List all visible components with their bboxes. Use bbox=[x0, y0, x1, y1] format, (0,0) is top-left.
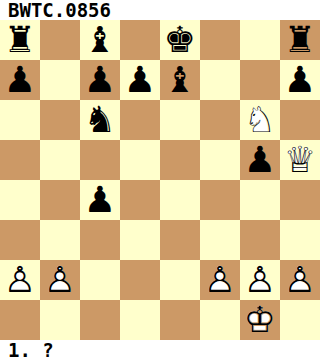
square-c6[interactable]: ♞ bbox=[80, 100, 120, 140]
square-f8[interactable] bbox=[200, 20, 240, 60]
diagram-title: BWTC.0856 bbox=[0, 0, 320, 20]
piece-glyph: ♜ bbox=[280, 22, 320, 58]
piece-glyph: ♝ bbox=[160, 62, 200, 98]
piece-glyph: ♞ bbox=[80, 102, 120, 138]
square-h5[interactable]: ♛♕ bbox=[280, 140, 320, 180]
square-h8[interactable]: ♜ bbox=[280, 20, 320, 60]
square-g4[interactable] bbox=[240, 180, 280, 220]
move-prompt: 1. ? bbox=[0, 340, 320, 360]
piece-outline: ♕ bbox=[280, 142, 320, 178]
square-d8[interactable] bbox=[120, 20, 160, 60]
square-c2[interactable] bbox=[80, 260, 120, 300]
piece-outline: ♙ bbox=[0, 262, 40, 298]
square-a7[interactable]: ♟ bbox=[0, 60, 40, 100]
square-f1[interactable] bbox=[200, 300, 240, 340]
square-b3[interactable] bbox=[40, 220, 80, 260]
square-b2[interactable]: ♟♙ bbox=[40, 260, 80, 300]
square-e2[interactable] bbox=[160, 260, 200, 300]
square-d7[interactable]: ♟ bbox=[120, 60, 160, 100]
square-b1[interactable] bbox=[40, 300, 80, 340]
square-h1[interactable] bbox=[280, 300, 320, 340]
square-h6[interactable] bbox=[280, 100, 320, 140]
chess-diagram-page: BWTC.0856 ♜♝♚♜♟♟♟♝♟♞♞♘♟♛♕♟♟♙♟♙♟♙♟♙♟♙♚♔ 1… bbox=[0, 0, 320, 360]
piece-glyph: ♟ bbox=[0, 62, 40, 98]
square-c8[interactable]: ♝ bbox=[80, 20, 120, 60]
piece-black-pawn[interactable]: ♟ bbox=[80, 180, 120, 220]
square-f7[interactable] bbox=[200, 60, 240, 100]
square-g5[interactable]: ♟ bbox=[240, 140, 280, 180]
square-c1[interactable] bbox=[80, 300, 120, 340]
piece-white-pawn[interactable]: ♟♙ bbox=[280, 260, 320, 300]
square-d4[interactable] bbox=[120, 180, 160, 220]
square-b6[interactable] bbox=[40, 100, 80, 140]
piece-black-bishop[interactable]: ♝ bbox=[80, 20, 120, 60]
piece-glyph: ♟ bbox=[240, 142, 280, 178]
piece-black-pawn[interactable]: ♟ bbox=[240, 140, 280, 180]
square-a4[interactable] bbox=[0, 180, 40, 220]
square-d2[interactable] bbox=[120, 260, 160, 300]
square-e4[interactable] bbox=[160, 180, 200, 220]
square-a1[interactable] bbox=[0, 300, 40, 340]
piece-glyph: ♚ bbox=[160, 22, 200, 58]
piece-black-pawn[interactable]: ♟ bbox=[280, 60, 320, 100]
square-a5[interactable] bbox=[0, 140, 40, 180]
square-e7[interactable]: ♝ bbox=[160, 60, 200, 100]
chess-board: ♜♝♚♜♟♟♟♝♟♞♞♘♟♛♕♟♟♙♟♙♟♙♟♙♟♙♚♔ bbox=[0, 20, 320, 340]
square-g2[interactable]: ♟♙ bbox=[240, 260, 280, 300]
square-f5[interactable] bbox=[200, 140, 240, 180]
piece-glyph: ♟ bbox=[80, 182, 120, 218]
piece-outline: ♙ bbox=[240, 262, 280, 298]
square-b5[interactable] bbox=[40, 140, 80, 180]
piece-white-pawn[interactable]: ♟♙ bbox=[0, 260, 40, 300]
square-d1[interactable] bbox=[120, 300, 160, 340]
square-c5[interactable] bbox=[80, 140, 120, 180]
square-g6[interactable]: ♞♘ bbox=[240, 100, 280, 140]
square-g8[interactable] bbox=[240, 20, 280, 60]
square-f6[interactable] bbox=[200, 100, 240, 140]
piece-outline: ♙ bbox=[280, 262, 320, 298]
piece-black-bishop[interactable]: ♝ bbox=[160, 60, 200, 100]
piece-glyph: ♟ bbox=[120, 62, 160, 98]
square-a8[interactable]: ♜ bbox=[0, 20, 40, 60]
piece-white-pawn[interactable]: ♟♙ bbox=[240, 260, 280, 300]
piece-black-king[interactable]: ♚ bbox=[160, 20, 200, 60]
square-h7[interactable]: ♟ bbox=[280, 60, 320, 100]
piece-black-rook[interactable]: ♜ bbox=[280, 20, 320, 60]
square-f3[interactable] bbox=[200, 220, 240, 260]
square-c7[interactable]: ♟ bbox=[80, 60, 120, 100]
square-d3[interactable] bbox=[120, 220, 160, 260]
piece-black-pawn[interactable]: ♟ bbox=[80, 60, 120, 100]
square-a6[interactable] bbox=[0, 100, 40, 140]
square-f2[interactable]: ♟♙ bbox=[200, 260, 240, 300]
piece-black-pawn[interactable]: ♟ bbox=[120, 60, 160, 100]
square-a3[interactable] bbox=[0, 220, 40, 260]
square-e5[interactable] bbox=[160, 140, 200, 180]
square-b4[interactable] bbox=[40, 180, 80, 220]
square-e1[interactable] bbox=[160, 300, 200, 340]
square-h3[interactable] bbox=[280, 220, 320, 260]
square-g3[interactable] bbox=[240, 220, 280, 260]
piece-white-pawn[interactable]: ♟♙ bbox=[200, 260, 240, 300]
square-h2[interactable]: ♟♙ bbox=[280, 260, 320, 300]
piece-glyph: ♟ bbox=[280, 62, 320, 98]
square-d6[interactable] bbox=[120, 100, 160, 140]
piece-white-queen[interactable]: ♛♕ bbox=[280, 140, 320, 180]
piece-outline: ♔ bbox=[240, 302, 280, 338]
piece-glyph: ♟ bbox=[80, 62, 120, 98]
square-h4[interactable] bbox=[280, 180, 320, 220]
piece-black-knight[interactable]: ♞ bbox=[80, 100, 120, 140]
square-d5[interactable] bbox=[120, 140, 160, 180]
square-b7[interactable] bbox=[40, 60, 80, 100]
piece-glyph: ♜ bbox=[0, 22, 40, 58]
piece-outline: ♙ bbox=[40, 262, 80, 298]
square-e6[interactable] bbox=[160, 100, 200, 140]
square-g7[interactable] bbox=[240, 60, 280, 100]
square-f4[interactable] bbox=[200, 180, 240, 220]
piece-white-king[interactable]: ♚♔ bbox=[240, 300, 280, 340]
piece-white-pawn[interactable]: ♟♙ bbox=[40, 260, 80, 300]
square-e3[interactable] bbox=[160, 220, 200, 260]
square-b8[interactable] bbox=[40, 20, 80, 60]
square-c4[interactable]: ♟ bbox=[80, 180, 120, 220]
piece-glyph: ♝ bbox=[80, 22, 120, 58]
piece-outline: ♘ bbox=[240, 102, 280, 138]
piece-black-pawn[interactable]: ♟ bbox=[0, 60, 40, 100]
square-g1[interactable]: ♚♔ bbox=[240, 300, 280, 340]
square-c3[interactable] bbox=[80, 220, 120, 260]
piece-outline: ♙ bbox=[200, 262, 240, 298]
piece-white-knight[interactable]: ♞♘ bbox=[240, 100, 280, 140]
square-a2[interactable]: ♟♙ bbox=[0, 260, 40, 300]
piece-black-rook[interactable]: ♜ bbox=[0, 20, 40, 60]
square-e8[interactable]: ♚ bbox=[160, 20, 200, 60]
